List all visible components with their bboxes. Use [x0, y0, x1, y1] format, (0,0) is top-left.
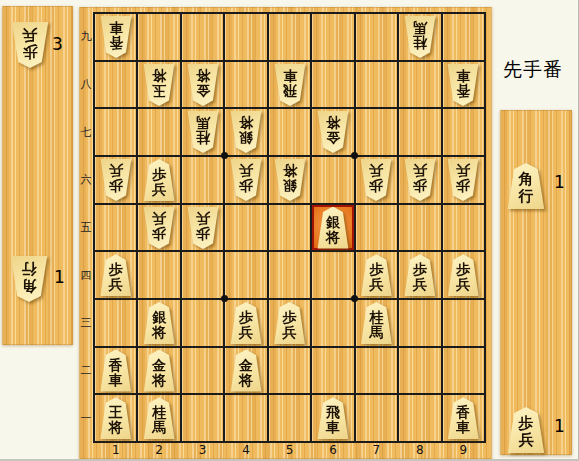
square-4四[interactable] [225, 252, 266, 298]
piece-金将-gote[interactable]: 金将 [143, 350, 175, 392]
piece-歩兵-gote[interactable]: 歩兵 [274, 302, 306, 344]
piece-歩兵-sente[interactable]: 歩兵 [143, 207, 175, 249]
rank-label-六: 六 [79, 157, 93, 203]
square-9五[interactable] [443, 205, 484, 251]
square-3三[interactable] [182, 300, 223, 346]
piece-歩兵-sente[interactable]: 歩兵 [447, 159, 479, 201]
square-8八[interactable] [399, 62, 440, 108]
square-8五[interactable] [399, 205, 440, 251]
piece-kanji: 桂馬 [413, 20, 427, 54]
piece-kanji: 歩兵 [519, 411, 534, 449]
piece-kanji: 金将 [152, 354, 166, 388]
piece-金将-sente[interactable]: 金将 [317, 111, 349, 153]
piece-kanji: 歩兵 [456, 163, 470, 197]
file-label-4: 4 [225, 444, 266, 458]
square-6八[interactable] [312, 62, 353, 108]
square-1八[interactable] [95, 62, 136, 108]
piece-歩兵-gote[interactable]: 歩兵 [404, 254, 436, 296]
hand-count: 1 [54, 269, 65, 286]
square-8七[interactable] [399, 109, 440, 155]
piece-桂馬-sente[interactable]: 桂馬 [404, 16, 436, 58]
piece-kanji: 歩兵 [239, 163, 253, 197]
sente-hand-stand: 歩兵3角行1 [2, 6, 73, 345]
piece-桂馬-gote[interactable]: 桂馬 [143, 397, 175, 439]
square-9七[interactable] [443, 109, 484, 155]
piece-歩兵-sente[interactable]: 歩兵 [360, 159, 392, 201]
square-1三[interactable] [95, 300, 136, 346]
piece-kanji: 歩兵 [413, 163, 427, 197]
piece-kanji: 角行 [22, 260, 37, 298]
piece-kanji: 王将 [109, 401, 123, 435]
piece-kanji: 香車 [109, 354, 123, 388]
piece-歩兵-sente[interactable]: 歩兵 [11, 22, 49, 68]
piece-kanji: 飛車 [326, 401, 340, 435]
square-8一[interactable] [399, 395, 440, 441]
square-1五[interactable] [95, 205, 136, 251]
square-9九[interactable] [443, 14, 484, 60]
piece-金将-gote[interactable]: 金将 [230, 350, 262, 392]
piece-香車-gote[interactable]: 香車 [100, 350, 132, 392]
square-6二[interactable] [312, 348, 353, 394]
square-4五[interactable] [225, 205, 266, 251]
square-7八[interactable] [356, 62, 397, 108]
rank-label-一: 一 [79, 395, 93, 441]
file-label-6: 6 [312, 444, 353, 458]
file-label-3: 3 [182, 444, 223, 458]
piece-kanji: 歩兵 [109, 258, 123, 292]
piece-kanji: 桂馬 [152, 401, 166, 435]
square-1七[interactable] [95, 109, 136, 155]
piece-kanji: 歩兵 [283, 306, 297, 340]
file-label-9: 9 [443, 444, 484, 458]
rank-label-五: 五 [79, 205, 93, 251]
piece-kanji: 歩兵 [413, 258, 427, 292]
piece-歩兵-sente[interactable]: 歩兵 [187, 207, 219, 249]
hand-count: 3 [52, 36, 63, 53]
square-7二[interactable] [356, 348, 397, 394]
square-5四[interactable] [269, 252, 310, 298]
piece-角行-gote[interactable]: 角行 [507, 163, 545, 209]
piece-桂馬-sente[interactable]: 桂馬 [187, 111, 219, 153]
piece-kanji: 角行 [519, 167, 534, 205]
piece-kanji: 歩兵 [239, 306, 253, 340]
square-5七[interactable] [269, 109, 310, 155]
piece-銀将-gote[interactable]: 銀将 [317, 207, 349, 249]
square-8三[interactable] [399, 300, 440, 346]
piece-香車-sente[interactable]: 香車 [100, 16, 132, 58]
piece-kanji: 銀将 [283, 163, 297, 197]
piece-歩兵-gote[interactable]: 歩兵 [143, 159, 175, 201]
square-5五[interactable] [269, 205, 310, 251]
shogi-app: 歩兵3角行1 九八七六五四三二一 123456789 香車桂馬玉将金将飛車香車桂… [0, 0, 579, 461]
square-7七[interactable] [356, 109, 397, 155]
file-label-1: 1 [95, 444, 136, 458]
piece-銀将-sente[interactable]: 銀将 [230, 111, 262, 153]
square-6九[interactable] [312, 14, 353, 60]
piece-香車-gote[interactable]: 香車 [447, 397, 479, 439]
piece-歩兵-gote[interactable]: 歩兵 [360, 254, 392, 296]
rank-label-四: 四 [79, 252, 93, 298]
square-7一[interactable] [356, 395, 397, 441]
piece-銀将-sente[interactable]: 銀将 [274, 159, 306, 201]
square-9二[interactable] [443, 348, 484, 394]
piece-kanji: 桂馬 [196, 115, 210, 149]
piece-kanji: 歩兵 [23, 26, 38, 64]
piece-歩兵-gote[interactable]: 歩兵 [447, 254, 479, 296]
piece-kanji: 歩兵 [369, 163, 383, 197]
piece-kanji: 歩兵 [456, 258, 470, 292]
square-5一[interactable] [269, 395, 310, 441]
square-3六[interactable] [182, 157, 223, 203]
piece-kanji: 金将 [326, 115, 340, 149]
piece-歩兵-gote[interactable]: 歩兵 [100, 254, 132, 296]
piece-kanji: 歩兵 [109, 163, 123, 197]
square-6三[interactable] [312, 300, 353, 346]
square-2四[interactable] [138, 252, 179, 298]
file-label-5: 5 [269, 444, 310, 458]
square-3四[interactable] [182, 252, 223, 298]
piece-kanji: 桂馬 [369, 306, 383, 340]
rank-label-八: 八 [79, 62, 93, 108]
piece-kanji: 金将 [196, 68, 210, 102]
piece-kanji: 歩兵 [152, 211, 166, 245]
piece-飛車-sente[interactable]: 飛車 [274, 64, 306, 106]
square-9三[interactable] [443, 300, 484, 346]
piece-kanji: 銀将 [239, 115, 253, 149]
square-3一[interactable] [182, 395, 223, 441]
piece-玉将-sente[interactable]: 玉将 [143, 64, 175, 106]
piece-kanji: 歩兵 [152, 163, 166, 197]
square-4九[interactable] [225, 14, 266, 60]
piece-kanji: 香車 [456, 68, 470, 102]
hand-count: 1 [554, 174, 565, 191]
piece-kanji: 歩兵 [196, 211, 210, 245]
square-8二[interactable] [399, 348, 440, 394]
square-6六[interactable] [312, 157, 353, 203]
piece-銀将-gote[interactable]: 銀将 [143, 302, 175, 344]
file-label-2: 2 [138, 444, 179, 458]
piece-歩兵-gote[interactable]: 歩兵 [230, 302, 262, 344]
piece-飛車-gote[interactable]: 飛車 [317, 397, 349, 439]
piece-歩兵-sente[interactable]: 歩兵 [404, 159, 436, 201]
square-7九[interactable] [356, 14, 397, 60]
piece-歩兵-sente[interactable]: 歩兵 [100, 159, 132, 201]
file-label-8: 8 [399, 444, 440, 458]
square-2七[interactable] [138, 109, 179, 155]
rank-label-三: 三 [79, 300, 93, 346]
gote-hand-stand: 角行1歩兵1 [500, 110, 572, 455]
piece-金将-sente[interactable]: 金将 [187, 64, 219, 106]
piece-kanji: 銀将 [326, 211, 340, 245]
square-3九[interactable] [182, 14, 223, 60]
piece-kanji: 香車 [109, 20, 123, 54]
turn-indicator: 先手番 [503, 57, 563, 83]
rank-label-七: 七 [79, 109, 93, 155]
piece-歩兵-gote[interactable]: 歩兵 [507, 407, 545, 453]
square-7五[interactable] [356, 205, 397, 251]
square-2九[interactable] [138, 14, 179, 60]
square-5九[interactable] [269, 14, 310, 60]
piece-kanji: 銀将 [152, 306, 166, 340]
piece-kanji: 歩兵 [369, 258, 383, 292]
piece-角行-sente[interactable]: 角行 [10, 256, 48, 302]
square-3二[interactable] [182, 348, 223, 394]
piece-kanji: 飛車 [283, 68, 297, 102]
piece-香車-sente[interactable]: 香車 [447, 64, 479, 106]
piece-王将-gote[interactable]: 王将 [100, 397, 132, 439]
piece-kanji: 金将 [239, 354, 253, 388]
square-4八[interactable] [225, 62, 266, 108]
square-6四[interactable] [312, 252, 353, 298]
square-5二[interactable] [269, 348, 310, 394]
file-label-7: 7 [356, 444, 397, 458]
rank-label-二: 二 [79, 348, 93, 394]
hand-count: 1 [554, 418, 565, 435]
rank-label-九: 九 [79, 14, 93, 60]
piece-kanji: 香車 [456, 401, 470, 435]
piece-歩兵-sente[interactable]: 歩兵 [230, 159, 262, 201]
piece-桂馬-gote[interactable]: 桂馬 [360, 302, 392, 344]
piece-kanji: 玉将 [152, 68, 166, 102]
square-4一[interactable] [225, 395, 266, 441]
